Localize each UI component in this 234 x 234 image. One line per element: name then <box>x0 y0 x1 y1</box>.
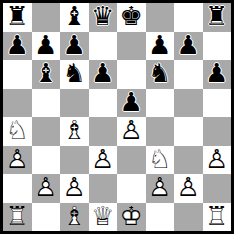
white-pawn-icon[interactable]: ♟♙ <box>91 146 114 172</box>
square-e5[interactable]: ♟ <box>117 89 146 118</box>
black-bishop-icon[interactable]: ♝ <box>34 60 57 86</box>
white-pawn-icon[interactable]: ♟♙ <box>6 146 29 172</box>
square-f7[interactable]: ♟ <box>146 32 175 61</box>
square-d7[interactable] <box>89 32 118 61</box>
square-e3[interactable] <box>117 146 146 175</box>
piece-outline: ♙ <box>177 174 200 202</box>
white-king-icon[interactable]: ♚♔ <box>120 203 143 229</box>
white-rook-icon[interactable]: ♜♖ <box>6 203 29 229</box>
piece-outline: ♘ <box>148 146 171 174</box>
square-c8[interactable]: ♝ <box>60 3 89 32</box>
black-rook-icon[interactable]: ♜ <box>6 3 29 29</box>
square-d8[interactable]: ♛ <box>89 3 118 32</box>
square-a2[interactable] <box>3 174 32 203</box>
white-pawn-icon[interactable]: ♟♙ <box>63 174 86 200</box>
square-a1[interactable]: ♜♖ <box>3 203 32 232</box>
square-d6[interactable]: ♟ <box>89 60 118 89</box>
square-a4[interactable]: ♞♘ <box>3 117 32 146</box>
square-c2[interactable]: ♟♙ <box>60 174 89 203</box>
piece-outline: ♘ <box>6 117 29 145</box>
white-queen-icon[interactable]: ♛♕ <box>91 203 114 229</box>
white-bishop-icon[interactable]: ♝♗ <box>63 117 86 143</box>
piece-outline: ♖ <box>6 203 29 231</box>
piece-outline: ♙ <box>6 146 29 174</box>
piece-outline: ♙ <box>148 174 171 202</box>
chess-board: ♜♝♛♚♜♟♟♟♟♟♝♞♟♞♟♟♞♘♝♗♟♙♟♙♟♙♞♘♟♙♟♙♟♙♟♙♟♙♜♖… <box>0 0 234 234</box>
white-pawn-icon[interactable]: ♟♙ <box>205 146 228 172</box>
square-c5[interactable] <box>60 89 89 118</box>
square-e7[interactable] <box>117 32 146 61</box>
square-e1[interactable]: ♚♔ <box>117 203 146 232</box>
piece-outline: ♙ <box>120 117 143 145</box>
square-h2[interactable] <box>203 174 232 203</box>
square-d1[interactable]: ♛♕ <box>89 203 118 232</box>
square-g1[interactable] <box>174 203 203 232</box>
black-king-icon[interactable]: ♚ <box>120 3 143 29</box>
square-d4[interactable] <box>89 117 118 146</box>
square-e2[interactable] <box>117 174 146 203</box>
white-knight-icon[interactable]: ♞♘ <box>148 146 171 172</box>
square-a7[interactable]: ♟ <box>3 32 32 61</box>
black-pawn-icon[interactable]: ♟ <box>148 32 171 58</box>
square-f1[interactable] <box>146 203 175 232</box>
black-pawn-icon[interactable]: ♟ <box>91 60 114 86</box>
piece-outline: ♙ <box>34 174 57 202</box>
piece-outline: ♙ <box>91 146 114 174</box>
white-pawn-icon[interactable]: ♟♙ <box>34 174 57 200</box>
black-queen-icon[interactable]: ♛ <box>91 3 114 29</box>
square-a3[interactable]: ♟♙ <box>3 146 32 175</box>
square-c7[interactable]: ♟ <box>60 32 89 61</box>
white-knight-icon[interactable]: ♞♘ <box>6 117 29 143</box>
white-pawn-icon[interactable]: ♟♙ <box>120 117 143 143</box>
square-f5[interactable] <box>146 89 175 118</box>
square-c6[interactable]: ♞ <box>60 60 89 89</box>
piece-outline: ♙ <box>205 146 228 174</box>
square-d3[interactable]: ♟♙ <box>89 146 118 175</box>
black-pawn-icon[interactable]: ♟ <box>205 60 228 86</box>
square-g2[interactable]: ♟♙ <box>174 174 203 203</box>
square-b6[interactable]: ♝ <box>32 60 61 89</box>
square-d2[interactable] <box>89 174 118 203</box>
square-h1[interactable]: ♜♖ <box>203 203 232 232</box>
piece-outline: ♙ <box>63 174 86 202</box>
square-c3[interactable] <box>60 146 89 175</box>
black-pawn-icon[interactable]: ♟ <box>63 32 86 58</box>
black-pawn-icon[interactable]: ♟ <box>34 32 57 58</box>
square-h8[interactable]: ♜ <box>203 3 232 32</box>
square-f3[interactable]: ♞♘ <box>146 146 175 175</box>
white-rook-icon[interactable]: ♜♖ <box>205 203 228 229</box>
square-a5[interactable] <box>3 89 32 118</box>
square-g6[interactable] <box>174 60 203 89</box>
square-c4[interactable]: ♝♗ <box>60 117 89 146</box>
white-pawn-icon[interactable]: ♟♙ <box>177 174 200 200</box>
square-c1[interactable]: ♝♗ <box>60 203 89 232</box>
piece-outline: ♗ <box>63 117 86 145</box>
square-h7[interactable] <box>203 32 232 61</box>
square-f6[interactable]: ♞ <box>146 60 175 89</box>
square-g5[interactable] <box>174 89 203 118</box>
piece-outline: ♗ <box>63 203 86 231</box>
piece-outline: ♔ <box>120 203 143 231</box>
piece-outline: ♖ <box>205 203 228 231</box>
square-g3[interactable] <box>174 146 203 175</box>
square-h3[interactable]: ♟♙ <box>203 146 232 175</box>
square-h6[interactable]: ♟ <box>203 60 232 89</box>
square-b3[interactable] <box>32 146 61 175</box>
square-g8[interactable] <box>174 3 203 32</box>
square-b4[interactable] <box>32 117 61 146</box>
white-pawn-icon[interactable]: ♟♙ <box>148 174 171 200</box>
square-h5[interactable] <box>203 89 232 118</box>
black-pawn-icon[interactable]: ♟ <box>177 32 200 58</box>
square-e8[interactable]: ♚ <box>117 3 146 32</box>
square-b5[interactable] <box>32 89 61 118</box>
square-b8[interactable] <box>32 3 61 32</box>
black-rook-icon[interactable]: ♜ <box>205 3 228 29</box>
black-knight-icon[interactable]: ♞ <box>63 60 86 86</box>
square-f8[interactable] <box>146 3 175 32</box>
square-b7[interactable]: ♟ <box>32 32 61 61</box>
black-pawn-icon[interactable]: ♟ <box>120 89 143 115</box>
square-f4[interactable] <box>146 117 175 146</box>
square-a6[interactable] <box>3 60 32 89</box>
piece-outline: ♕ <box>91 203 114 231</box>
square-g7[interactable]: ♟ <box>174 32 203 61</box>
square-e6[interactable] <box>117 60 146 89</box>
square-f2[interactable]: ♟♙ <box>146 174 175 203</box>
square-h4[interactable] <box>203 117 232 146</box>
square-g4[interactable] <box>174 117 203 146</box>
square-b1[interactable] <box>32 203 61 232</box>
square-e4[interactable]: ♟♙ <box>117 117 146 146</box>
black-pawn-icon[interactable]: ♟ <box>6 32 29 58</box>
white-bishop-icon[interactable]: ♝♗ <box>63 203 86 229</box>
black-bishop-icon[interactable]: ♝ <box>63 3 86 29</box>
black-knight-icon[interactable]: ♞ <box>148 60 171 86</box>
square-d5[interactable] <box>89 89 118 118</box>
square-a8[interactable]: ♜ <box>3 3 32 32</box>
square-b2[interactable]: ♟♙ <box>32 174 61 203</box>
